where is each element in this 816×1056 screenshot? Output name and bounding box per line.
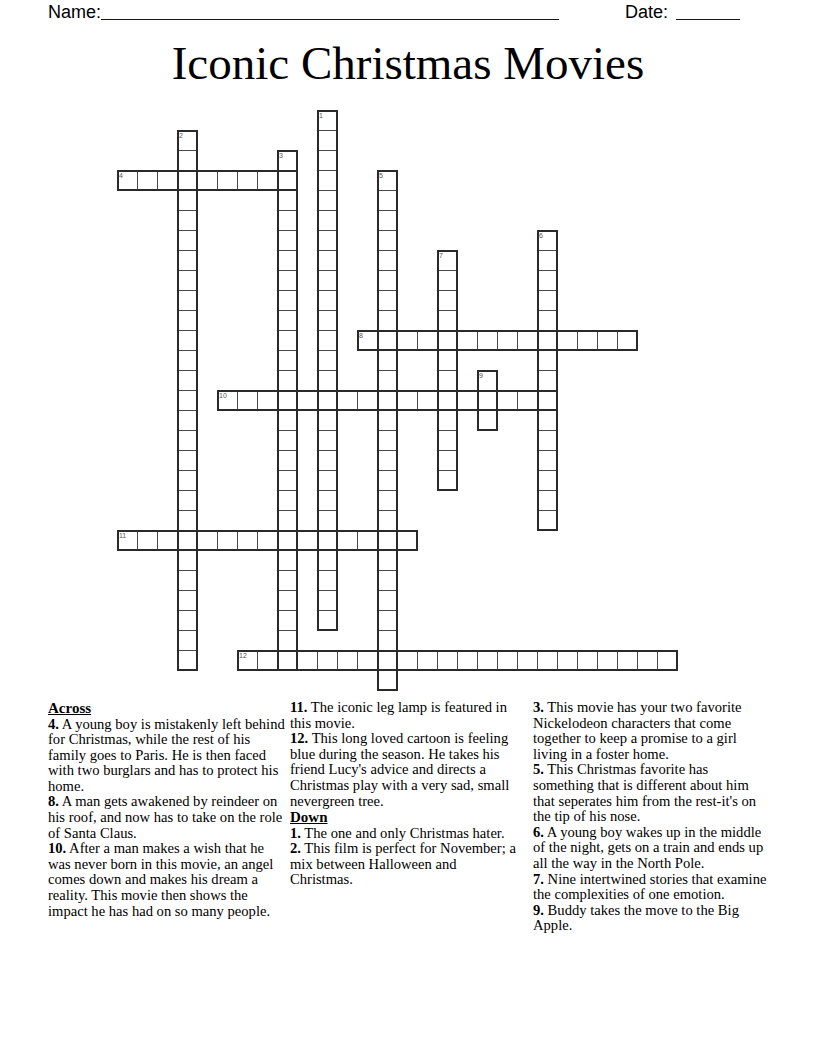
grid-cell[interactable] <box>277 210 298 231</box>
grid-cell[interactable] <box>397 650 418 671</box>
worksheet-page: Name: Date: Iconic Christmas Movies 4810… <box>0 0 816 1056</box>
grid-cell[interactable] <box>277 470 298 491</box>
grid-cell[interactable] <box>177 430 198 451</box>
grid-cell[interactable] <box>597 650 618 671</box>
grid-cell[interactable] <box>417 650 438 671</box>
grid-cell[interactable] <box>317 530 338 551</box>
grid-cell[interactable] <box>317 210 338 231</box>
grid-cell[interactable] <box>177 190 198 211</box>
grid-cell[interactable] <box>437 270 458 291</box>
grid-cell[interactable] <box>377 590 398 611</box>
puzzle-title: Iconic Christmas Movies <box>0 38 816 88</box>
grid-cell[interactable] <box>477 410 498 431</box>
grid-cell[interactable] <box>537 330 558 351</box>
grid-cell[interactable] <box>177 510 198 531</box>
grid-cell[interactable] <box>377 450 398 471</box>
grid-cell[interactable] <box>377 550 398 571</box>
grid-cell[interactable] <box>177 590 198 611</box>
grid-cell[interactable] <box>437 330 458 351</box>
grid-cell[interactable] <box>277 150 298 171</box>
grid-cell[interactable] <box>357 650 378 671</box>
grid-cell[interactable] <box>497 330 518 351</box>
grid-cell[interactable] <box>317 450 338 471</box>
grid-cell[interactable] <box>317 490 338 511</box>
grid-cell[interactable] <box>377 270 398 291</box>
grid-cell[interactable] <box>357 330 378 351</box>
grid-cell[interactable] <box>517 650 538 671</box>
grid-cell[interactable] <box>377 570 398 591</box>
grid-cell[interactable] <box>537 310 558 331</box>
clue-column-middle: 11. The iconic leg lamp is featured in t… <box>290 700 523 888</box>
grid-cell[interactable] <box>377 530 398 551</box>
grid-cell[interactable] <box>257 390 278 411</box>
grid-cell[interactable] <box>277 510 298 531</box>
grid-cell[interactable] <box>317 150 338 171</box>
grid-cell[interactable] <box>577 330 598 351</box>
grid-cell[interactable] <box>137 530 158 551</box>
grid-cell[interactable] <box>117 170 138 191</box>
grid-cell[interactable] <box>537 250 558 271</box>
grid-cell[interactable] <box>597 330 618 351</box>
grid-cell[interactable] <box>377 250 398 271</box>
grid-cell[interactable] <box>177 570 198 591</box>
grid-cell[interactable] <box>477 370 498 391</box>
grid-cell[interactable] <box>177 410 198 431</box>
grid-cell[interactable] <box>277 270 298 291</box>
grid-cell[interactable] <box>377 190 398 211</box>
grid-cell[interactable] <box>277 550 298 571</box>
grid-cell[interactable] <box>317 590 338 611</box>
grid-cell[interactable] <box>257 530 278 551</box>
grid-cell[interactable] <box>417 330 438 351</box>
grid-cell[interactable] <box>377 170 398 191</box>
grid-cell[interactable] <box>177 170 198 191</box>
clue-down-7: 7. Nine intertwined stories that examine… <box>533 872 769 903</box>
clue-column-left: Across 4. A young boy is mistakenly left… <box>48 700 286 919</box>
grid-cell[interactable] <box>437 450 458 471</box>
grid-cell[interactable] <box>277 590 298 611</box>
grid-cell[interactable] <box>137 170 158 191</box>
grid-cell[interactable] <box>177 350 198 371</box>
grid-cell[interactable] <box>297 650 318 671</box>
grid-cell[interactable] <box>377 430 398 451</box>
grid-cell[interactable] <box>277 530 298 551</box>
grid-cell[interactable] <box>377 350 398 371</box>
clue-across-8: 8. A man gets awakened by reindeer on hi… <box>48 794 286 841</box>
grid-cell[interactable] <box>277 250 298 271</box>
grid-cell[interactable] <box>217 170 238 191</box>
grid-cell[interactable] <box>337 530 358 551</box>
grid-cell[interactable] <box>537 410 558 431</box>
grid-cell[interactable] <box>177 610 198 631</box>
grid-cell[interactable] <box>537 350 558 371</box>
grid-cell[interactable] <box>377 410 398 431</box>
date-label: Date: <box>625 2 668 23</box>
grid-cell[interactable] <box>197 170 218 191</box>
grid-cell[interactable] <box>537 230 558 251</box>
clue-across-10: 10. After a man makes a wish that he was… <box>48 841 286 919</box>
grid-cell[interactable] <box>557 650 578 671</box>
clue-across-12: 12. This long loved cartoon is feeling b… <box>290 731 523 809</box>
grid-cell[interactable] <box>177 150 198 171</box>
grid-cell[interactable] <box>377 390 398 411</box>
name-input-line[interactable] <box>101 19 559 20</box>
grid-cell[interactable] <box>277 310 298 331</box>
grid-cell[interactable] <box>457 390 478 411</box>
grid-cell[interactable] <box>437 650 458 671</box>
grid-cell[interactable] <box>177 470 198 491</box>
grid-cell[interactable] <box>317 570 338 591</box>
grid-cell[interactable] <box>237 170 258 191</box>
grid-cell[interactable] <box>177 250 198 271</box>
crossword-grid: 481011121235679 <box>117 110 679 692</box>
clue-down-1: 1. The one and only Christmas hater. <box>290 826 523 842</box>
grid-cell[interactable] <box>177 310 198 331</box>
grid-cell[interactable] <box>197 530 218 551</box>
grid-cell[interactable] <box>377 510 398 531</box>
grid-cell[interactable] <box>437 290 458 311</box>
grid-cell[interactable] <box>377 490 398 511</box>
grid-cell[interactable] <box>437 370 458 391</box>
grid-cell[interactable] <box>277 370 298 391</box>
grid-cell[interactable] <box>177 130 198 151</box>
grid-cell[interactable] <box>317 550 338 571</box>
clue-down-2: 2. This film is perfect for November; a … <box>290 841 523 888</box>
grid-cell[interactable] <box>297 390 318 411</box>
grid-cell[interactable] <box>177 490 198 511</box>
grid-cell[interactable] <box>357 530 378 551</box>
grid-cell[interactable] <box>317 330 338 351</box>
clue-column-right: 3. This movie has your two favorite Nick… <box>533 700 769 934</box>
grid-cell[interactable] <box>397 390 418 411</box>
grid-cell[interactable] <box>277 350 298 371</box>
grid-cell[interactable] <box>317 310 338 331</box>
grid-cell[interactable] <box>157 170 178 191</box>
grid-cell[interactable] <box>317 610 338 631</box>
grid-cell[interactable] <box>537 290 558 311</box>
grid-cell[interactable] <box>317 350 338 371</box>
grid-cell[interactable] <box>317 270 338 291</box>
grid-cell[interactable] <box>177 330 198 351</box>
across-header: Across <box>48 700 286 717</box>
grid-cell[interactable] <box>177 230 198 251</box>
grid-cell[interactable] <box>477 330 498 351</box>
grid-cell[interactable] <box>377 210 398 231</box>
grid-cell[interactable] <box>497 390 518 411</box>
grid-cell[interactable] <box>477 390 498 411</box>
grid-cell[interactable] <box>237 530 258 551</box>
grid-cell[interactable] <box>317 510 338 531</box>
grid-cell[interactable] <box>357 390 378 411</box>
grid-cell[interactable] <box>177 650 198 671</box>
clue-down-5: 5. This Christmas favorite has something… <box>533 762 769 824</box>
grid-cell[interactable] <box>177 290 198 311</box>
grid-cell[interactable] <box>417 390 438 411</box>
grid-cell[interactable] <box>537 650 558 671</box>
grid-cell[interactable] <box>277 570 298 591</box>
clue-down-3: 3. This movie has your two favorite Nick… <box>533 700 769 762</box>
grid-cell[interactable] <box>177 370 198 391</box>
grid-cell[interactable] <box>517 330 538 351</box>
grid-cell[interactable] <box>337 650 358 671</box>
grid-cell[interactable] <box>157 530 178 551</box>
grid-cell[interactable] <box>537 510 558 531</box>
grid-cell[interactable] <box>557 330 578 351</box>
grid-cell[interactable] <box>537 470 558 491</box>
grid-cell[interactable] <box>537 430 558 451</box>
grid-cell[interactable] <box>457 650 478 671</box>
grid-cell[interactable] <box>377 370 398 391</box>
grid-cell[interactable] <box>177 550 198 571</box>
grid-cell[interactable] <box>317 470 338 491</box>
grid-cell[interactable] <box>537 370 558 391</box>
grid-cell[interactable] <box>377 330 398 351</box>
clue-down-9: 9. Buddy takes the move to the Big Apple… <box>533 903 769 934</box>
grid-cell[interactable] <box>277 230 298 251</box>
grid-cell[interactable] <box>257 170 278 191</box>
grid-cell[interactable] <box>237 650 258 671</box>
grid-cell[interactable] <box>377 290 398 311</box>
grid-cell[interactable] <box>377 470 398 491</box>
grid-cell[interactable] <box>177 270 198 291</box>
grid-cell[interactable] <box>317 290 338 311</box>
grid-cell[interactable] <box>277 650 298 671</box>
grid-cell[interactable] <box>637 650 658 671</box>
grid-cell[interactable] <box>377 310 398 331</box>
grid-cell[interactable] <box>177 210 198 231</box>
grid-cell[interactable] <box>277 330 298 351</box>
grid-cell[interactable] <box>377 230 398 251</box>
grid-cell[interactable] <box>617 330 638 351</box>
grid-cell[interactable] <box>337 390 358 411</box>
grid-cell[interactable] <box>657 650 678 671</box>
grid-cell[interactable] <box>377 610 398 631</box>
grid-cell[interactable] <box>437 470 458 491</box>
grid-cell[interactable] <box>497 650 518 671</box>
grid-cell[interactable] <box>177 450 198 471</box>
grid-cell[interactable] <box>277 450 298 471</box>
grid-cell[interactable] <box>317 390 338 411</box>
grid-cell[interactable] <box>437 430 458 451</box>
grid-cell[interactable] <box>437 410 458 431</box>
grid-cell[interactable] <box>397 530 418 551</box>
grid-cell[interactable] <box>257 650 278 671</box>
name-label: Name: <box>48 2 101 23</box>
grid-cell[interactable] <box>317 190 338 211</box>
grid-cell[interactable] <box>177 390 198 411</box>
grid-cell[interactable] <box>537 390 558 411</box>
clue-across-4: 4. A young boy is mistakenly left behind… <box>48 717 286 795</box>
grid-cell[interactable] <box>437 250 458 271</box>
grid-cell[interactable] <box>437 310 458 331</box>
grid-cell[interactable] <box>437 390 458 411</box>
grid-cell[interactable] <box>437 350 458 371</box>
grid-cell[interactable] <box>537 450 558 471</box>
grid-cell[interactable] <box>317 370 338 391</box>
grid-cell[interactable] <box>277 390 298 411</box>
clue-down-6: 6. A young boy wakes up in the middle of… <box>533 825 769 872</box>
grid-cell[interactable] <box>317 230 338 251</box>
date-input-line[interactable] <box>676 19 740 20</box>
grid-cell[interactable] <box>577 650 598 671</box>
grid-cell[interactable] <box>277 170 298 191</box>
grid-cell[interactable] <box>277 610 298 631</box>
clue-across-11: 11. The iconic leg lamp is featured in t… <box>290 700 523 731</box>
down-header: Down <box>290 809 523 826</box>
grid-cell[interactable] <box>177 530 198 551</box>
grid-cell[interactable] <box>237 390 258 411</box>
grid-cell[interactable] <box>397 330 418 351</box>
grid-cell[interactable] <box>297 530 318 551</box>
grid-cell[interactable] <box>317 410 338 431</box>
grid-cell[interactable] <box>277 190 298 211</box>
grid-cell[interactable] <box>537 270 558 291</box>
grid-cell[interactable] <box>317 130 338 151</box>
grid-cell[interactable] <box>317 430 338 451</box>
grid-cell[interactable] <box>277 430 298 451</box>
grid-cell[interactable] <box>277 410 298 431</box>
grid-cell[interactable] <box>177 630 198 651</box>
grid-cell[interactable] <box>457 330 478 351</box>
grid-cell[interactable] <box>377 670 398 691</box>
grid-cell[interactable] <box>617 650 638 671</box>
grid-cell[interactable] <box>277 630 298 651</box>
grid-cell[interactable] <box>317 110 338 131</box>
grid-cell[interactable] <box>317 170 338 191</box>
grid-cell[interactable] <box>477 650 498 671</box>
grid-cell[interactable] <box>277 290 298 311</box>
grid-cell[interactable] <box>377 650 398 671</box>
grid-cell[interactable] <box>217 390 238 411</box>
grid-cell[interactable] <box>377 630 398 651</box>
grid-cell[interactable] <box>537 490 558 511</box>
grid-cell[interactable] <box>317 250 338 271</box>
grid-cell[interactable] <box>317 650 338 671</box>
grid-cell[interactable] <box>117 530 138 551</box>
grid-cell[interactable] <box>517 390 538 411</box>
grid-cell[interactable] <box>217 530 238 551</box>
grid-cell[interactable] <box>277 490 298 511</box>
